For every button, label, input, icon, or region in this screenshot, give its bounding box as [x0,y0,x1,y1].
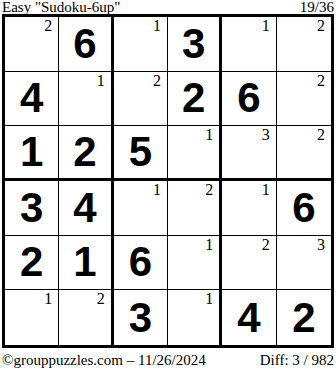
sudoku-board: 2 6 1 3 1 2 4 1 2 2 6 2 1 2 5 1 3 2 3 4 … [2,14,334,348]
sudoku-cell[interactable]: 3 [222,126,276,181]
footer: ©grouppuzzles.com – 11/26/2024 Diff: 3 /… [2,352,334,368]
sudoku-cell[interactable]: 3 [168,17,222,72]
sudoku-cell[interactable]: 1 [114,181,168,236]
puzzle-title: Easy "Sudoku-6up" [2,0,121,14]
difficulty-label: Diff: 3 / 982 [260,352,334,368]
sudoku-cell[interactable]: 1 [5,126,59,181]
pencil-mark: 1 [262,18,270,34]
sudoku-cell[interactable]: 1 [59,236,113,291]
copyright-date: ©grouppuzzles.com – 11/26/2024 [2,352,206,368]
header: Easy "Sudoku-6up" 19/36 [2,0,334,14]
cell-value: 1 [20,131,43,173]
pencil-mark: 2 [317,73,325,89]
pencil-mark: 2 [262,237,270,253]
pencil-mark: 1 [153,18,161,34]
sudoku-cell[interactable]: 2 [5,236,59,291]
pencil-mark: 1 [44,291,52,307]
pencil-mark: 1 [205,291,213,307]
sudoku-cell[interactable]: 2 [277,290,331,345]
sudoku-cell[interactable]: 1 [168,126,222,181]
cell-value: 6 [129,241,152,283]
sudoku-cell[interactable]: 4 [5,72,59,127]
sudoku-cell[interactable]: 1 [5,290,59,345]
cell-value: 1 [73,241,96,283]
pencil-mark: 1 [153,182,161,198]
pencil-mark: 3 [317,237,325,253]
sudoku-cell[interactable]: 2 [168,72,222,127]
sudoku-cell[interactable]: 1 [59,72,113,127]
cell-value: 2 [292,297,315,339]
sudoku-cell[interactable]: 2 [114,72,168,127]
sudoku-cell[interactable]: 1 [222,17,276,72]
sudoku-cell[interactable]: 2 [5,17,59,72]
sudoku-cell[interactable]: 5 [114,126,168,181]
sudoku-cell[interactable]: 1 [222,181,276,236]
sudoku-cell[interactable]: 2 [277,126,331,181]
sudoku-cell[interactable]: 2 [277,72,331,127]
puzzle-counter: 19/36 [300,0,334,14]
cell-value: 4 [73,187,96,229]
sudoku-cell[interactable]: 2 [59,290,113,345]
cell-value: 3 [182,23,205,65]
sudoku-cell[interactable]: 4 [59,181,113,236]
cell-value: 6 [292,187,315,229]
pencil-mark: 2 [97,291,105,307]
sudoku-cell[interactable]: 2 [168,181,222,236]
pencil-mark: 2 [205,182,213,198]
sudoku-cell[interactable]: 3 [114,290,168,345]
cell-value: 2 [182,77,205,119]
cell-value: 3 [20,187,43,229]
pencil-mark: 1 [97,73,105,89]
pencil-mark: 2 [44,18,52,34]
cell-value: 5 [129,131,152,173]
sudoku-cell[interactable]: 1 [168,236,222,291]
cell-value: 2 [20,241,43,283]
pencil-mark: 2 [317,18,325,34]
pencil-mark: 1 [205,127,213,143]
cell-value: 2 [73,131,96,173]
cell-value: 3 [129,297,152,339]
sudoku-cell[interactable]: 2 [277,17,331,72]
pencil-mark: 1 [262,182,270,198]
sudoku-cell[interactable]: 3 [5,181,59,236]
cell-value: 6 [237,77,260,119]
pencil-mark: 2 [153,73,161,89]
sudoku-cell[interactable]: 1 [168,290,222,345]
puzzle-page: Easy "Sudoku-6up" 19/36 2 6 1 3 1 2 4 1 … [0,0,336,370]
sudoku-cell[interactable]: 3 [277,236,331,291]
sudoku-cell[interactable]: 1 [114,17,168,72]
pencil-mark: 2 [317,127,325,143]
sudoku-cell[interactable]: 4 [222,290,276,345]
sudoku-cell[interactable]: 2 [59,126,113,181]
sudoku-cell[interactable]: 6 [59,17,113,72]
cell-value: 4 [237,297,260,339]
sudoku-cell[interactable]: 6 [277,181,331,236]
cell-value: 4 [20,77,43,119]
sudoku-cell[interactable]: 6 [114,236,168,291]
pencil-mark: 3 [262,127,270,143]
pencil-mark: 1 [205,237,213,253]
sudoku-cell[interactable]: 6 [222,72,276,127]
cell-value: 6 [73,23,96,65]
sudoku-cell[interactable]: 2 [222,236,276,291]
